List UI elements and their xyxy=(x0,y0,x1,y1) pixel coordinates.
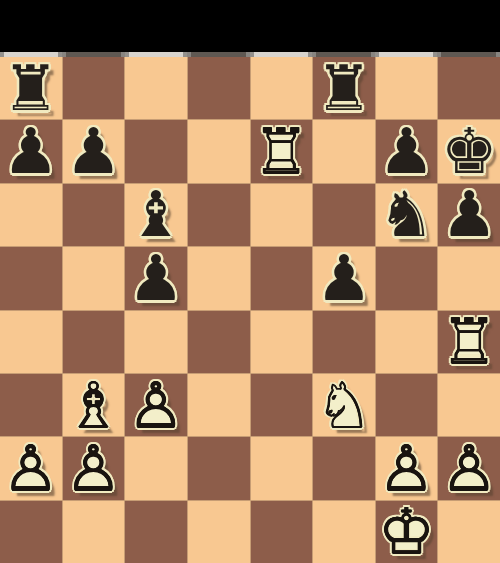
square-a4[interactable] xyxy=(0,311,62,373)
square-f2[interactable] xyxy=(313,437,375,499)
square-e2[interactable] xyxy=(251,437,313,499)
chess-app-screen: ♜♜♟♟♜♖♟♚♝♞♟♟♟♜♖♝♗♟♙♞♘♟♙♟♙♟♙♟♙♚♔ xyxy=(0,0,500,563)
square-d5[interactable] xyxy=(188,247,250,309)
square-d3[interactable] xyxy=(188,374,250,436)
square-h5[interactable] xyxy=(438,247,500,309)
square-g2[interactable]: ♟♙ xyxy=(376,437,438,499)
square-g3[interactable] xyxy=(376,374,438,436)
square-g6[interactable]: ♞ xyxy=(376,184,438,246)
top-black-bar xyxy=(0,0,500,52)
square-d1[interactable] xyxy=(188,501,250,563)
square-g4[interactable] xyxy=(376,311,438,373)
square-h3[interactable] xyxy=(438,374,500,436)
square-a6[interactable] xyxy=(0,184,62,246)
square-e6[interactable] xyxy=(251,184,313,246)
square-c3[interactable]: ♟♙ xyxy=(125,374,187,436)
square-e8[interactable] xyxy=(251,57,313,119)
square-h8[interactable] xyxy=(438,57,500,119)
square-f4[interactable] xyxy=(313,311,375,373)
square-e4[interactable] xyxy=(251,311,313,373)
square-d7[interactable] xyxy=(188,120,250,182)
square-c6[interactable]: ♝ xyxy=(125,184,187,246)
square-c8[interactable] xyxy=(125,57,187,119)
square-a7[interactable]: ♟ xyxy=(0,120,62,182)
square-h1[interactable] xyxy=(438,501,500,563)
square-f1[interactable] xyxy=(313,501,375,563)
square-d8[interactable] xyxy=(188,57,250,119)
square-g1[interactable]: ♚♔ xyxy=(376,501,438,563)
square-b1[interactable] xyxy=(63,501,125,563)
square-c7[interactable] xyxy=(125,120,187,182)
board-top-shaded-edge xyxy=(0,52,500,57)
square-b8[interactable] xyxy=(63,57,125,119)
square-b6[interactable] xyxy=(63,184,125,246)
square-f5[interactable]: ♟ xyxy=(313,247,375,309)
square-h7[interactable]: ♚ xyxy=(438,120,500,182)
square-d2[interactable] xyxy=(188,437,250,499)
square-f6[interactable] xyxy=(313,184,375,246)
square-f3[interactable]: ♞♘ xyxy=(313,374,375,436)
square-e1[interactable] xyxy=(251,501,313,563)
square-h6[interactable]: ♟ xyxy=(438,184,500,246)
square-b4[interactable] xyxy=(63,311,125,373)
square-c5[interactable]: ♟ xyxy=(125,247,187,309)
square-b5[interactable] xyxy=(63,247,125,309)
square-h2[interactable]: ♟♙ xyxy=(438,437,500,499)
square-a2[interactable]: ♟♙ xyxy=(0,437,62,499)
square-d6[interactable] xyxy=(188,184,250,246)
square-a1[interactable] xyxy=(0,501,62,563)
square-f8[interactable]: ♜ xyxy=(313,57,375,119)
square-b7[interactable]: ♟ xyxy=(63,120,125,182)
square-a8[interactable]: ♜ xyxy=(0,57,62,119)
square-d4[interactable] xyxy=(188,311,250,373)
square-e7[interactable]: ♜♖ xyxy=(251,120,313,182)
square-e3[interactable] xyxy=(251,374,313,436)
square-c2[interactable] xyxy=(125,437,187,499)
square-h4[interactable]: ♜♖ xyxy=(438,311,500,373)
square-c4[interactable] xyxy=(125,311,187,373)
square-a3[interactable] xyxy=(0,374,62,436)
chess-board[interactable]: ♜♜♟♟♜♖♟♚♝♞♟♟♟♜♖♝♗♟♙♞♘♟♙♟♙♟♙♟♙♚♔ xyxy=(0,57,500,563)
square-g7[interactable]: ♟ xyxy=(376,120,438,182)
square-e5[interactable] xyxy=(251,247,313,309)
square-b3[interactable]: ♝♗ xyxy=(63,374,125,436)
square-g8[interactable] xyxy=(376,57,438,119)
square-f7[interactable] xyxy=(313,120,375,182)
square-a5[interactable] xyxy=(0,247,62,309)
square-c1[interactable] xyxy=(125,501,187,563)
square-b2[interactable]: ♟♙ xyxy=(63,437,125,499)
square-g5[interactable] xyxy=(376,247,438,309)
